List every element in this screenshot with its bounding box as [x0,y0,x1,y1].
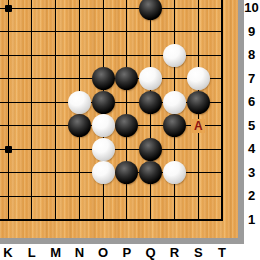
grid-line-row-10 [0,8,223,9]
stone-white-O4[interactable] [92,138,115,161]
stone-black-Q3[interactable] [139,161,162,184]
col-label-O: O [94,246,112,260]
grid-line-col-P [126,0,127,221]
row-label-4: 4 [243,142,260,156]
row-label-8: 8 [243,48,260,62]
stone-white-R6[interactable] [163,91,186,114]
grid-line-col-M [55,0,56,221]
stone-black-P3[interactable] [115,161,138,184]
col-label-T: T [213,246,231,260]
col-label-S: S [189,246,207,260]
grid-line-col-L [31,0,32,221]
star-point-K10 [5,5,12,12]
stone-white-Q7[interactable] [139,67,162,90]
stone-black-S6[interactable] [187,91,210,114]
stone-black-R5[interactable] [163,114,186,137]
col-label-K: K [0,246,17,260]
row-label-6: 6 [243,95,260,109]
stone-black-Q10[interactable] [139,0,162,20]
row-label-5: 5 [243,119,260,133]
stone-black-P5[interactable] [115,114,138,137]
stone-black-O7[interactable] [92,67,115,90]
col-label-P: P [118,246,136,260]
grid-line-col-T [221,0,223,221]
col-label-Q: Q [142,246,160,260]
col-label-L: L [23,246,41,260]
stone-black-N5[interactable] [68,114,91,137]
grid-line-row-8 [0,55,223,56]
stone-black-O6[interactable] [92,91,115,114]
row-label-10: 10 [243,1,260,15]
go-board[interactable]: A [0,0,244,244]
grid-line-row-2 [0,196,223,197]
grid-line-row-1 [0,219,223,221]
stone-white-N6[interactable] [68,91,91,114]
row-label-7: 7 [243,72,260,86]
point-label-A[interactable]: A [191,119,205,133]
stone-black-P7[interactable] [115,67,138,90]
grid-line-col-K [8,0,9,221]
stone-white-R3[interactable] [163,161,186,184]
stone-white-S7[interactable] [187,67,210,90]
col-label-N: N [70,246,88,260]
grid-line-row-9 [0,31,223,32]
row-label-3: 3 [243,166,260,180]
stone-white-O5[interactable] [92,114,115,137]
stone-white-R8[interactable] [163,44,186,67]
row-label-1: 1 [243,213,260,227]
col-label-R: R [165,246,183,260]
stone-black-Q6[interactable] [139,91,162,114]
row-label-2: 2 [243,189,260,203]
stone-black-Q4[interactable] [139,138,162,161]
col-label-M: M [47,246,65,260]
star-point-K4 [5,146,12,153]
stone-white-O3[interactable] [92,161,115,184]
go-diagram-page: A 10987654321 KLMNOPQRST [0,0,260,260]
row-label-9: 9 [243,25,260,39]
